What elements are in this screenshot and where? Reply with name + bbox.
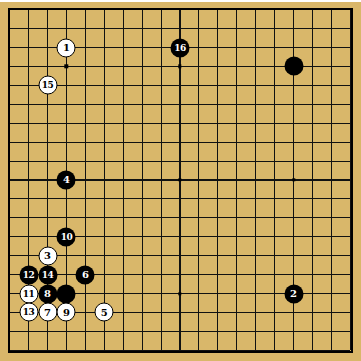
board-intersection (152, 19, 171, 38)
board-intersection (0, 152, 19, 171)
board-intersection (133, 208, 152, 227)
board-intersection (284, 171, 303, 190)
board-intersection (76, 76, 95, 95)
board-intersection (76, 189, 95, 208)
board-intersection (303, 95, 322, 114)
board-intersection (133, 322, 152, 341)
board-intersection (246, 322, 265, 341)
board-intersection (152, 341, 171, 360)
board-intersection (0, 265, 19, 284)
board-intersection (341, 0, 360, 19)
board-intersection (152, 208, 171, 227)
board-intersection (208, 265, 227, 284)
stone-white-5: 5 (95, 303, 114, 322)
board-intersection (322, 133, 341, 152)
board-intersection (246, 114, 265, 133)
board-intersection (265, 246, 284, 265)
board-intersection (133, 284, 152, 303)
board-intersection (265, 341, 284, 360)
board-intersection (114, 95, 133, 114)
board-intersection (114, 284, 133, 303)
star-point (292, 178, 295, 181)
stone-black-14: 14 (38, 265, 57, 284)
star-point (65, 65, 68, 68)
board-intersection (57, 208, 76, 227)
board-intersection (322, 57, 341, 76)
board-intersection (152, 0, 171, 19)
board-intersection (19, 19, 38, 38)
board-intersection (0, 114, 19, 133)
board-intersection (227, 19, 246, 38)
board-intersection (171, 0, 190, 19)
board-intersection: 2 (284, 284, 303, 303)
board-intersection: 8 (38, 284, 57, 303)
board-intersection (246, 133, 265, 152)
board-intersection (152, 171, 171, 190)
board-intersection (341, 208, 360, 227)
board-intersection (152, 114, 171, 133)
board-intersection (0, 208, 19, 227)
board-intersection (189, 208, 208, 227)
move-number: 15 (42, 81, 54, 90)
board-intersection (284, 208, 303, 227)
board-intersection (246, 171, 265, 190)
board-intersection (0, 322, 19, 341)
board-grid: 11615410312146118213795 (0, 0, 360, 360)
board-intersection (152, 246, 171, 265)
move-number: 14 (42, 270, 54, 279)
board-intersection (57, 322, 76, 341)
board-intersection (95, 114, 114, 133)
board-intersection (208, 152, 227, 171)
board-intersection (171, 95, 190, 114)
stone-black-6: 6 (76, 265, 95, 284)
board-intersection (265, 303, 284, 322)
board-intersection (133, 57, 152, 76)
board-intersection (208, 322, 227, 341)
board-intersection (227, 246, 246, 265)
board-intersection (171, 133, 190, 152)
board-intersection (189, 227, 208, 246)
board-intersection (76, 246, 95, 265)
board-intersection (0, 303, 19, 322)
board-intersection (265, 76, 284, 95)
board-intersection (38, 227, 57, 246)
board-intersection (57, 0, 76, 19)
board-intersection (246, 246, 265, 265)
stone-white-3: 3 (38, 246, 57, 265)
board-intersection (19, 208, 38, 227)
board-intersection (322, 0, 341, 19)
board-intersection (152, 95, 171, 114)
board-intersection (38, 152, 57, 171)
board-intersection (114, 303, 133, 322)
board-intersection (133, 76, 152, 95)
board-intersection (322, 246, 341, 265)
board-intersection (19, 76, 38, 95)
board-intersection (208, 303, 227, 322)
board-intersection (322, 265, 341, 284)
stone-black-setup (57, 284, 76, 303)
board-intersection (76, 95, 95, 114)
board-intersection (171, 114, 190, 133)
board-intersection (227, 95, 246, 114)
board-intersection (284, 189, 303, 208)
board-intersection (265, 0, 284, 19)
board-intersection (152, 303, 171, 322)
board-intersection (95, 246, 114, 265)
board-intersection (227, 284, 246, 303)
board-intersection (133, 171, 152, 190)
board-intersection (189, 19, 208, 38)
board-intersection (341, 341, 360, 360)
board-intersection (38, 95, 57, 114)
stone-white-15: 15 (38, 76, 57, 95)
board-intersection: 15 (38, 76, 57, 95)
board-intersection (246, 38, 265, 57)
board-intersection (341, 189, 360, 208)
board-intersection (265, 114, 284, 133)
board-intersection (0, 57, 19, 76)
board-intersection (303, 171, 322, 190)
move-number: 11 (23, 289, 35, 298)
board-intersection (133, 38, 152, 57)
board-intersection: 10 (57, 227, 76, 246)
board-intersection (322, 114, 341, 133)
board-intersection (19, 322, 38, 341)
board-intersection (322, 152, 341, 171)
board-intersection (341, 57, 360, 76)
board-intersection (76, 152, 95, 171)
board-intersection (322, 303, 341, 322)
board-intersection (322, 284, 341, 303)
board-intersection (303, 38, 322, 57)
board-intersection (265, 208, 284, 227)
board-intersection (284, 114, 303, 133)
board-intersection (152, 57, 171, 76)
board-intersection (114, 76, 133, 95)
board-intersection (341, 133, 360, 152)
board-intersection (227, 57, 246, 76)
board-intersection (0, 0, 19, 19)
board-intersection (189, 38, 208, 57)
board-intersection (57, 265, 76, 284)
board-intersection (341, 284, 360, 303)
board-intersection (57, 114, 76, 133)
board-intersection (57, 341, 76, 360)
board-intersection (265, 95, 284, 114)
board-intersection (38, 208, 57, 227)
board-intersection (38, 133, 57, 152)
board-intersection (341, 76, 360, 95)
board-intersection (303, 208, 322, 227)
board-intersection (152, 133, 171, 152)
board-intersection (227, 0, 246, 19)
stone-white-9: 9 (57, 303, 76, 322)
board-intersection (322, 19, 341, 38)
board-intersection (38, 38, 57, 57)
board-intersection (246, 303, 265, 322)
board-intersection (133, 0, 152, 19)
board-intersection (227, 341, 246, 360)
board-intersection (341, 246, 360, 265)
board-intersection (19, 95, 38, 114)
board-intersection (133, 133, 152, 152)
board-intersection (322, 341, 341, 360)
board-intersection (114, 189, 133, 208)
board-intersection (114, 246, 133, 265)
board-intersection (76, 171, 95, 190)
board-intersection (114, 341, 133, 360)
board-intersection: 4 (57, 171, 76, 190)
board-intersection (189, 95, 208, 114)
board-intersection (171, 265, 190, 284)
board-intersection: 7 (38, 303, 57, 322)
board-intersection (114, 114, 133, 133)
board-intersection (246, 57, 265, 76)
board-intersection (114, 265, 133, 284)
board-intersection (189, 152, 208, 171)
go-board-diagram[interactable]: 11615410312146118213795 (0, 0, 361, 361)
board-intersection: 1 (57, 38, 76, 57)
board-intersection (171, 76, 190, 95)
board-intersection (76, 208, 95, 227)
move-number: 12 (23, 270, 35, 279)
board-intersection (95, 341, 114, 360)
board-intersection (57, 152, 76, 171)
move-number: 5 (101, 307, 108, 317)
board-intersection (284, 341, 303, 360)
board-intersection (95, 189, 114, 208)
board-intersection (76, 0, 95, 19)
board-intersection (227, 322, 246, 341)
board-intersection (171, 189, 190, 208)
board-intersection (246, 341, 265, 360)
board-intersection (189, 57, 208, 76)
board-intersection (227, 152, 246, 171)
board-intersection (265, 265, 284, 284)
board-intersection (227, 171, 246, 190)
board-intersection (171, 171, 190, 190)
board-intersection (57, 57, 76, 76)
board-intersection (208, 284, 227, 303)
board-intersection (57, 189, 76, 208)
board-intersection (246, 95, 265, 114)
board-intersection (95, 57, 114, 76)
board-intersection (189, 284, 208, 303)
board-intersection (152, 189, 171, 208)
board-intersection (57, 76, 76, 95)
board-intersection (152, 152, 171, 171)
board-intersection (171, 152, 190, 171)
board-intersection (95, 38, 114, 57)
board-intersection (208, 0, 227, 19)
board-intersection: 5 (95, 303, 114, 322)
board-intersection (19, 152, 38, 171)
board-intersection (114, 152, 133, 171)
board-intersection (19, 227, 38, 246)
board-intersection (114, 227, 133, 246)
board-intersection (57, 95, 76, 114)
board-intersection (227, 114, 246, 133)
board-intersection (95, 76, 114, 95)
board-intersection (208, 341, 227, 360)
board-intersection (57, 284, 76, 303)
board-intersection (0, 95, 19, 114)
board-intersection (38, 114, 57, 133)
board-intersection (133, 189, 152, 208)
move-number: 9 (63, 307, 70, 317)
board-intersection (171, 19, 190, 38)
board-intersection (19, 133, 38, 152)
board-intersection (322, 227, 341, 246)
board-intersection (303, 265, 322, 284)
board-intersection (38, 19, 57, 38)
board-intersection (341, 265, 360, 284)
board-intersection (133, 114, 152, 133)
board-intersection (341, 227, 360, 246)
board-intersection (76, 284, 95, 303)
board-intersection (114, 19, 133, 38)
board-intersection (284, 227, 303, 246)
board-intersection (303, 19, 322, 38)
board-intersection (303, 114, 322, 133)
board-intersection (76, 133, 95, 152)
board-intersection (95, 19, 114, 38)
board-intersection (246, 0, 265, 19)
board-intersection (171, 341, 190, 360)
board-intersection (0, 284, 19, 303)
board-intersection (133, 265, 152, 284)
board-intersection (208, 38, 227, 57)
board-intersection (246, 152, 265, 171)
board-intersection (152, 284, 171, 303)
board-intersection (19, 0, 38, 19)
board-intersection (341, 322, 360, 341)
board-intersection (227, 227, 246, 246)
board-intersection (171, 57, 190, 76)
board-intersection (95, 0, 114, 19)
move-number: 10 (61, 232, 73, 241)
stone-black-8: 8 (38, 284, 57, 303)
board-intersection: 16 (171, 38, 190, 57)
board-intersection (303, 227, 322, 246)
board-intersection (171, 303, 190, 322)
board-intersection (303, 303, 322, 322)
star-point (178, 65, 181, 68)
board-intersection (133, 19, 152, 38)
board-intersection (227, 76, 246, 95)
board-intersection (38, 341, 57, 360)
board-intersection (322, 76, 341, 95)
board-intersection (208, 171, 227, 190)
board-intersection (303, 76, 322, 95)
board-intersection (0, 171, 19, 190)
move-number: 1 (63, 43, 70, 53)
board-intersection (133, 95, 152, 114)
board-intersection (208, 114, 227, 133)
board-intersection (171, 246, 190, 265)
board-intersection: 12 (19, 265, 38, 284)
board-intersection (0, 38, 19, 57)
board-intersection (19, 114, 38, 133)
stone-white-13: 13 (19, 303, 38, 322)
board-intersection (152, 322, 171, 341)
board-intersection (76, 303, 95, 322)
board-intersection (76, 322, 95, 341)
board-intersection (76, 341, 95, 360)
move-number: 2 (290, 289, 297, 299)
board-intersection (284, 38, 303, 57)
board-intersection (133, 227, 152, 246)
board-intersection (227, 38, 246, 57)
board-intersection (76, 114, 95, 133)
board-intersection (189, 171, 208, 190)
board-intersection (38, 322, 57, 341)
board-intersection (189, 341, 208, 360)
board-intersection (95, 322, 114, 341)
board-intersection (341, 95, 360, 114)
board-intersection (265, 227, 284, 246)
board-intersection (114, 208, 133, 227)
stone-black-setup (284, 57, 303, 76)
star-point (178, 178, 181, 181)
board-intersection (19, 38, 38, 57)
board-intersection (322, 322, 341, 341)
board-intersection (341, 38, 360, 57)
board-intersection (322, 189, 341, 208)
board-intersection (133, 341, 152, 360)
board-intersection (189, 189, 208, 208)
stone-black-16: 16 (170, 38, 189, 57)
board-intersection (19, 189, 38, 208)
board-intersection: 9 (57, 303, 76, 322)
stone-black-10: 10 (57, 227, 76, 246)
board-intersection (303, 246, 322, 265)
board-intersection (208, 227, 227, 246)
stone-white-11: 11 (19, 284, 38, 303)
board-intersection (19, 341, 38, 360)
board-intersection (208, 95, 227, 114)
board-intersection (76, 38, 95, 57)
board-intersection (171, 208, 190, 227)
board-intersection (76, 227, 95, 246)
board-intersection (265, 152, 284, 171)
board-intersection (303, 341, 322, 360)
board-intersection (341, 114, 360, 133)
board-intersection (152, 76, 171, 95)
board-intersection (38, 189, 57, 208)
board-intersection (227, 208, 246, 227)
board-intersection (265, 322, 284, 341)
board-intersection (114, 0, 133, 19)
board-intersection: 6 (76, 265, 95, 284)
board-intersection: 13 (19, 303, 38, 322)
board-intersection (38, 0, 57, 19)
board-intersection (0, 76, 19, 95)
board-intersection (322, 171, 341, 190)
board-intersection (171, 284, 190, 303)
board-intersection (341, 19, 360, 38)
board-intersection (265, 284, 284, 303)
board-intersection (208, 189, 227, 208)
move-number: 13 (23, 308, 35, 317)
stone-white-1: 1 (57, 38, 76, 57)
board-intersection (152, 38, 171, 57)
board-intersection (114, 322, 133, 341)
board-intersection (95, 133, 114, 152)
board-intersection (0, 189, 19, 208)
